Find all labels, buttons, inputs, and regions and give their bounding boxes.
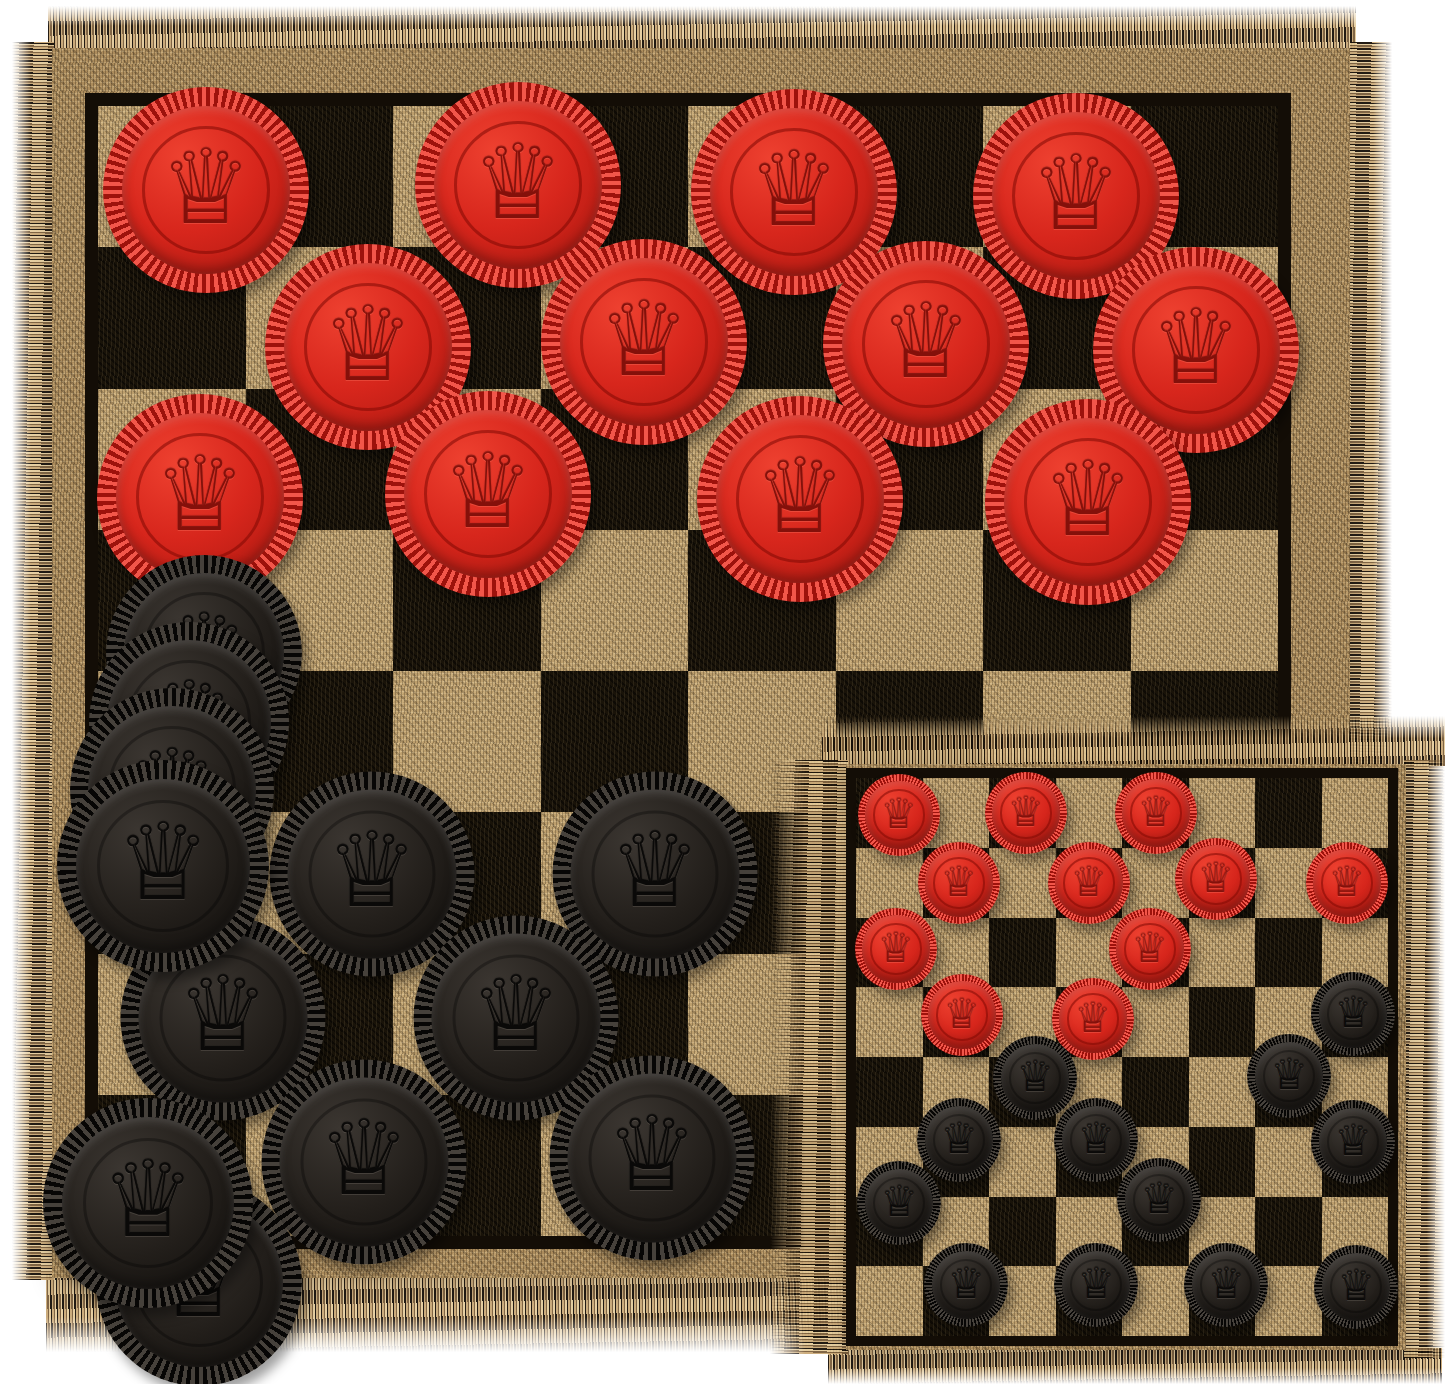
square-r7c0 <box>856 1266 923 1336</box>
red-checker[interactable]: ♕ <box>985 772 1067 854</box>
crown-emblem-icon: ♕ <box>472 130 564 233</box>
crown-emblem-icon: ♕ <box>1150 295 1242 398</box>
checker-face: ♕ <box>1182 845 1249 912</box>
black-checker[interactable]: ♕ <box>857 1161 941 1245</box>
square-r0c5 <box>1189 778 1256 848</box>
crown-emblem-icon: ♕ <box>470 963 562 1066</box>
crown-emblem-icon: ♕ <box>326 819 418 922</box>
square-r0c6 <box>1255 778 1322 848</box>
checker-face: ♕ <box>992 779 1059 846</box>
red-checker[interactable]: ♕ <box>921 974 1003 1056</box>
crown-emblem-icon: ♕ <box>177 963 269 1066</box>
black-checker[interactable]: ♕ <box>262 1060 467 1265</box>
red-checker[interactable]: ♕ <box>103 87 309 293</box>
checker-face: ♕ <box>1055 849 1122 916</box>
red-checker[interactable]: ♕ <box>385 391 591 597</box>
checker-face: ♕ <box>925 849 992 916</box>
crown-emblem-icon: ♕ <box>754 444 846 547</box>
checker-face: ♕ <box>404 410 573 579</box>
black-checker[interactable]: ♕ <box>924 1243 1008 1327</box>
black-checker[interactable]: ♕ <box>43 1098 253 1308</box>
black-checker[interactable]: ♕ <box>1247 1034 1331 1118</box>
checker-face: ♕ <box>280 1078 448 1246</box>
crown-emblem-icon: ♕ <box>1077 1118 1115 1160</box>
black-checker[interactable]: ♕ <box>1311 972 1395 1056</box>
crown-emblem-icon: ♕ <box>1030 141 1122 244</box>
checker-face: ♕ <box>560 258 729 427</box>
black-checker[interactable]: ♕ <box>993 1036 1077 1120</box>
black-checker[interactable]: ♕ <box>57 760 269 972</box>
checker-face: ♕ <box>122 106 291 275</box>
crown-emblem-icon: ♕ <box>442 439 534 542</box>
red-checker[interactable]: ♕ <box>1048 842 1130 924</box>
crown-emblem-icon: ♕ <box>160 135 252 238</box>
checker-face: ♕ <box>1319 980 1388 1049</box>
crown-emblem-icon: ♕ <box>1337 1265 1375 1307</box>
crown-emblem-icon: ♕ <box>322 292 414 395</box>
square-r4c5 <box>1189 1057 1256 1127</box>
crown-emblem-icon: ♕ <box>947 1263 985 1305</box>
square-r6c6 <box>1255 1197 1322 1267</box>
black-checker[interactable]: ♕ <box>1117 1158 1201 1242</box>
checker-face: ♕ <box>62 1117 234 1289</box>
crown-emblem-icon: ♕ <box>748 137 840 240</box>
rug-fringe-bottom <box>828 1348 1442 1384</box>
square-r3c5 <box>1189 987 1256 1057</box>
crown-emblem-icon: ♕ <box>881 793 918 834</box>
checker-face: ♕ <box>932 1251 1001 1320</box>
crown-emblem-icon: ♕ <box>1132 927 1169 968</box>
square-r2c6 <box>1255 918 1322 988</box>
crown-emblem-icon: ♕ <box>154 442 246 545</box>
red-checker[interactable]: ♕ <box>918 842 1000 924</box>
red-checker[interactable]: ♕ <box>1175 838 1257 920</box>
checker-face: ♕ <box>1112 266 1281 435</box>
crown-emblem-icon: ♕ <box>1334 992 1372 1034</box>
checker-face: ♕ <box>288 790 456 958</box>
checker-face: ♕ <box>568 1074 736 1242</box>
checker-face: ♕ <box>76 779 250 953</box>
black-checker[interactable]: ♕ <box>1311 1100 1395 1184</box>
crown-emblem-icon: ♕ <box>598 287 690 390</box>
rug-fringe-left <box>12 42 54 1280</box>
crown-emblem-icon: ♕ <box>115 810 210 916</box>
black-checker[interactable]: ♕ <box>1314 1245 1398 1329</box>
square-r2c2 <box>989 918 1056 988</box>
product-photo-canvas: ♕♕♕♕♕♕♕♕♕♕♕♕♕♕♕♕♕♕♕♕♕♕♕♕ ♕♕♕♕♕♕♕♕♕♕♕♕♕♕♕… <box>0 0 1445 1384</box>
checker-face: ♕ <box>1116 915 1183 982</box>
rug-fringe-top <box>48 6 1356 50</box>
checker-face: ♕ <box>1255 1042 1324 1111</box>
checker-face: ♕ <box>1004 418 1173 587</box>
checker-face: ♕ <box>1192 1251 1261 1320</box>
checker-face: ♕ <box>1001 1044 1070 1113</box>
checker-face: ♕ <box>928 981 995 1048</box>
black-checker[interactable]: ♕ <box>917 1098 1001 1182</box>
checker-face: ♕ <box>434 101 603 270</box>
checker-face: ♕ <box>716 415 885 584</box>
black-checker[interactable]: ♕ <box>550 1056 755 1261</box>
crown-emblem-icon: ♕ <box>878 927 915 968</box>
square-r2c5 <box>1189 918 1256 988</box>
checker-face: ♕ <box>710 108 879 277</box>
checker-face: ♕ <box>1122 779 1189 846</box>
checker-face: ♕ <box>1125 1166 1194 1235</box>
checker-face: ♕ <box>865 781 932 848</box>
red-checker[interactable]: ♕ <box>858 774 940 856</box>
checker-face: ♕ <box>1062 1106 1131 1175</box>
square-r4c0 <box>856 1057 923 1127</box>
checker-face: ♕ <box>284 263 453 432</box>
crown-emblem-icon: ♕ <box>609 819 701 922</box>
crown-emblem-icon: ♕ <box>1140 1178 1178 1220</box>
checker-face: ♕ <box>865 1169 934 1238</box>
crown-emblem-icon: ♕ <box>606 1103 698 1206</box>
crown-emblem-icon: ♕ <box>1071 861 1108 902</box>
crown-emblem-icon: ♕ <box>1198 857 1235 898</box>
crown-emblem-icon: ♕ <box>1075 997 1112 1038</box>
square-r6c2 <box>989 1197 1056 1267</box>
crown-emblem-icon: ♕ <box>944 993 981 1034</box>
black-checker[interactable]: ♕ <box>1054 1098 1138 1182</box>
crown-emblem-icon: ♕ <box>941 861 978 902</box>
checker-face: ♕ <box>1313 849 1380 916</box>
checker-face: ♕ <box>571 790 739 958</box>
square-r0c7 <box>1322 778 1389 848</box>
checker-face: ♕ <box>862 915 929 982</box>
crown-emblem-icon: ♕ <box>318 1107 410 1210</box>
black-checker[interactable]: ♕ <box>1184 1243 1268 1327</box>
crown-emblem-icon: ♕ <box>101 1147 195 1252</box>
crown-emblem-icon: ♕ <box>880 289 972 392</box>
crown-emblem-icon: ♕ <box>1077 1263 1115 1305</box>
checker-face: ♕ <box>432 934 600 1102</box>
crown-emblem-icon: ♕ <box>1016 1056 1054 1098</box>
red-checker[interactable]: ♕ <box>985 399 1191 605</box>
crown-emblem-icon: ♕ <box>940 1118 978 1160</box>
checker-face: ♕ <box>842 260 1011 429</box>
checker-face: ♕ <box>1062 1251 1131 1320</box>
red-checker[interactable]: ♕ <box>855 908 937 990</box>
checker-face: ♕ <box>1322 1253 1391 1322</box>
crown-emblem-icon: ♕ <box>1138 791 1175 832</box>
square-r1c0 <box>856 848 923 918</box>
checker-face: ♕ <box>992 112 1161 281</box>
red-checker[interactable]: ♕ <box>541 239 747 445</box>
red-checker[interactable]: ♕ <box>1115 772 1197 854</box>
red-checker[interactable]: ♕ <box>1109 908 1191 990</box>
rug-fringe-top <box>822 716 1445 766</box>
rug-fringe-right <box>1404 760 1445 1358</box>
square-r3c0 <box>856 987 923 1057</box>
black-checker[interactable]: ♕ <box>1054 1243 1138 1327</box>
checker-face: ♕ <box>1059 985 1126 1052</box>
crown-emblem-icon: ♕ <box>1329 861 1366 902</box>
rug-fringe-left <box>770 760 848 1354</box>
crown-emblem-icon: ♕ <box>1334 1120 1372 1162</box>
square-r4c4 <box>1122 1057 1189 1127</box>
crown-emblem-icon: ♕ <box>880 1181 918 1223</box>
checker-face: ♕ <box>925 1106 994 1175</box>
red-checker[interactable]: ♕ <box>697 396 903 602</box>
crown-emblem-icon: ♕ <box>1008 791 1045 832</box>
red-checker[interactable]: ♕ <box>1306 842 1388 924</box>
crown-emblem-icon: ♕ <box>1207 1263 1245 1305</box>
crown-emblem-icon: ♕ <box>1042 447 1134 550</box>
crown-emblem-icon: ♕ <box>1270 1054 1308 1096</box>
checker-face: ♕ <box>1319 1108 1388 1177</box>
